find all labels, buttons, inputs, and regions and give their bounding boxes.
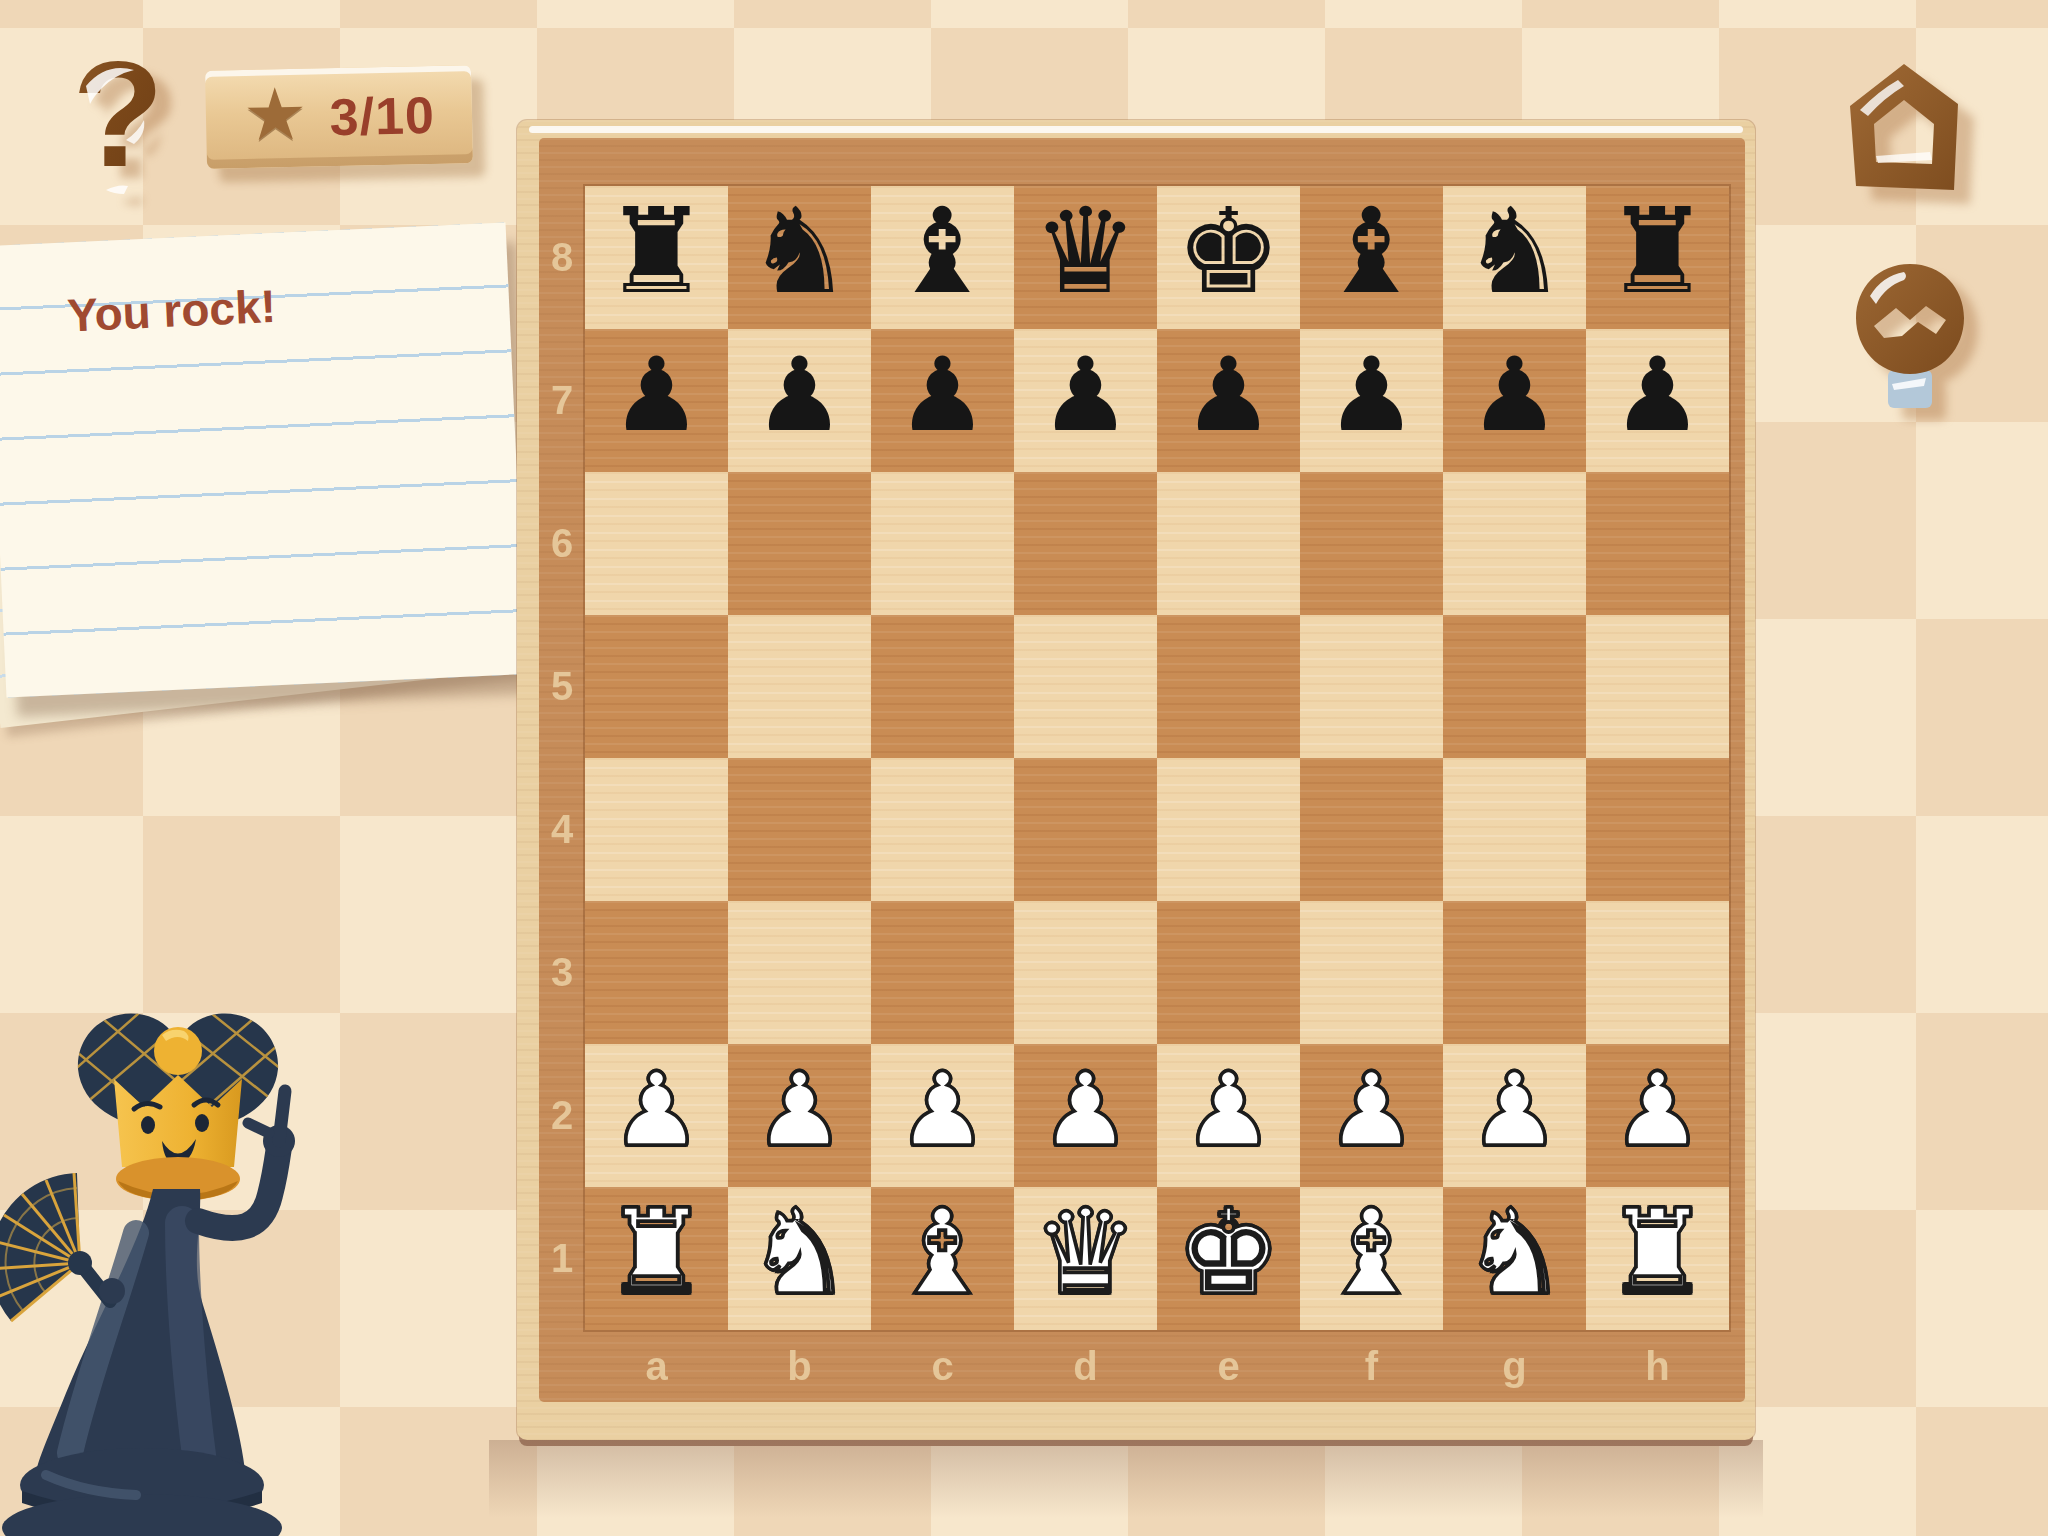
piece-black-n-b8[interactable]: ♞: [747, 180, 853, 323]
square-d4[interactable]: [1014, 758, 1157, 901]
home-button[interactable]: [1846, 60, 1962, 200]
square-b2[interactable]: ♟: [728, 1044, 871, 1187]
piece-white-q-d1[interactable]: ♛: [1033, 1181, 1139, 1324]
piece-black-p-c7[interactable]: ♟: [897, 323, 988, 466]
piece-white-k-e1[interactable]: ♚: [1176, 1181, 1282, 1324]
rank-label-8: 8: [539, 186, 585, 329]
note-card: You rock!: [0, 222, 526, 697]
piece-white-p-g2[interactable]: ♟: [1469, 1038, 1560, 1181]
square-e2[interactable]: ♟: [1157, 1044, 1300, 1187]
question-mark-icon: ?: [58, 48, 188, 208]
piece-black-r-a8[interactable]: ♜: [604, 180, 710, 323]
square-f3[interactable]: [1300, 901, 1443, 1044]
piece-white-r-a1[interactable]: ♜: [604, 1181, 710, 1324]
fan: [0, 1173, 125, 1321]
square-a7[interactable]: ♟: [585, 329, 728, 472]
square-h3[interactable]: [1586, 901, 1729, 1044]
square-f5[interactable]: [1300, 615, 1443, 758]
file-label-h: h: [1586, 1344, 1729, 1389]
rank-label-2: 2: [539, 1044, 585, 1187]
square-d6[interactable]: [1014, 472, 1157, 615]
square-c4[interactable]: [871, 758, 1014, 901]
piece-white-n-b1[interactable]: ♞: [747, 1181, 853, 1324]
square-e8[interactable]: ♚: [1157, 186, 1300, 329]
square-h4[interactable]: [1586, 758, 1729, 901]
piece-white-p-h2[interactable]: ♟: [1612, 1038, 1703, 1181]
star-icon: ★: [242, 78, 308, 151]
square-f8[interactable]: ♝: [1300, 186, 1443, 329]
piece-white-p-b2[interactable]: ♟: [754, 1038, 845, 1181]
piece-black-r-h8[interactable]: ♜: [1605, 180, 1711, 323]
board-grid: ♜♞♝♛♚♝♞♜♟♟♟♟♟♟♟♟♟♟♟♟♟♟♟♟♜♞♝♛♚♝♞♜: [585, 186, 1729, 1330]
square-a5[interactable]: [585, 615, 728, 758]
square-f4[interactable]: [1300, 758, 1443, 901]
board-frame-band: ♜♞♝♛♚♝♞♜♟♟♟♟♟♟♟♟♟♟♟♟♟♟♟♟♜♞♝♛♚♝♞♜ 8765432…: [539, 138, 1745, 1402]
square-a8[interactable]: ♜: [585, 186, 728, 329]
file-label-d: d: [1014, 1344, 1157, 1389]
square-b3[interactable]: [728, 901, 871, 1044]
square-d2[interactable]: ♟: [1014, 1044, 1157, 1187]
square-a3[interactable]: [585, 901, 728, 1044]
note-text: You rock!: [66, 270, 480, 343]
help-button[interactable]: ?: [58, 48, 188, 208]
rank-label-6: 6: [539, 472, 585, 615]
square-b5[interactable]: [728, 615, 871, 758]
square-a2[interactable]: ♟: [585, 1044, 728, 1187]
square-f2[interactable]: ♟: [1300, 1044, 1443, 1187]
piece-black-p-g7[interactable]: ♟: [1469, 323, 1560, 466]
mascot-queen: [0, 983, 332, 1536]
progress-badge: ★ 3/10: [205, 65, 473, 169]
piece-black-p-b7[interactable]: ♟: [754, 323, 845, 466]
file-label-a: a: [585, 1344, 728, 1389]
square-e4[interactable]: [1157, 758, 1300, 901]
piece-white-b-c1[interactable]: ♝: [890, 1181, 996, 1324]
piece-black-p-d7[interactable]: ♟: [1040, 323, 1131, 466]
piece-black-n-g8[interactable]: ♞: [1462, 180, 1568, 323]
square-g5[interactable]: [1443, 615, 1586, 758]
square-h6[interactable]: [1586, 472, 1729, 615]
rank-label-5: 5: [539, 615, 585, 758]
home-icon: [1846, 60, 1962, 200]
square-f1[interactable]: ♝: [1300, 1187, 1443, 1330]
square-e5[interactable]: [1157, 615, 1300, 758]
file-label-f: f: [1300, 1344, 1443, 1389]
square-h5[interactable]: [1586, 615, 1729, 758]
square-b7[interactable]: ♟: [728, 329, 871, 472]
square-h8[interactable]: ♜: [1586, 186, 1729, 329]
piece-black-p-f7[interactable]: ♟: [1326, 323, 1417, 466]
square-c7[interactable]: ♟: [871, 329, 1014, 472]
square-c1[interactable]: ♝: [871, 1187, 1014, 1330]
square-h2[interactable]: ♟: [1586, 1044, 1729, 1187]
square-a1[interactable]: ♜: [585, 1187, 728, 1330]
piece-black-k-e8[interactable]: ♚: [1176, 180, 1282, 323]
square-f6[interactable]: [1300, 472, 1443, 615]
piece-black-b-c8[interactable]: ♝: [890, 180, 996, 323]
piece-black-b-f8[interactable]: ♝: [1319, 180, 1425, 323]
square-b6[interactable]: [728, 472, 871, 615]
square-d3[interactable]: [1014, 901, 1157, 1044]
square-e6[interactable]: [1157, 472, 1300, 615]
square-b1[interactable]: ♞: [728, 1187, 871, 1330]
square-c6[interactable]: [871, 472, 1014, 615]
square-c3[interactable]: [871, 901, 1014, 1044]
rank-label-7: 7: [539, 329, 585, 472]
square-d1[interactable]: ♛: [1014, 1187, 1157, 1330]
square-f7[interactable]: ♟: [1300, 329, 1443, 472]
note-card-stack: You rock!: [0, 226, 522, 692]
piece-black-p-h7[interactable]: ♟: [1612, 323, 1703, 466]
square-b4[interactable]: [728, 758, 871, 901]
piece-black-q-d8[interactable]: ♛: [1033, 180, 1139, 323]
file-label-c: c: [871, 1344, 1014, 1389]
lightbulb-icon: [1852, 262, 1968, 412]
chess-board: ♜♞♝♛♚♝♞♜♟♟♟♟♟♟♟♟♟♟♟♟♟♟♟♟♜♞♝♛♚♝♞♜ 8765432…: [517, 120, 1755, 1440]
piece-white-n-g1[interactable]: ♞: [1462, 1181, 1568, 1324]
piece-white-r-h1[interactable]: ♜: [1605, 1181, 1711, 1324]
piece-black-p-a7[interactable]: ♟: [611, 323, 702, 466]
square-a4[interactable]: [585, 758, 728, 901]
square-c5[interactable]: [871, 615, 1014, 758]
piece-white-p-a2[interactable]: ♟: [611, 1038, 702, 1181]
square-e3[interactable]: [1157, 901, 1300, 1044]
rank-label-3: 3: [539, 901, 585, 1044]
piece-white-p-e2[interactable]: ♟: [1183, 1038, 1274, 1181]
square-e7[interactable]: ♟: [1157, 329, 1300, 472]
square-g6[interactable]: [1443, 472, 1586, 615]
square-d7[interactable]: ♟: [1014, 329, 1157, 472]
square-g1[interactable]: ♞: [1443, 1187, 1586, 1330]
file-label-e: e: [1157, 1344, 1300, 1389]
progress-label: 3/10: [329, 85, 435, 147]
rank-label-1: 1: [539, 1187, 585, 1330]
file-label-g: g: [1443, 1344, 1586, 1389]
square-g2[interactable]: ♟: [1443, 1044, 1586, 1187]
square-d8[interactable]: ♛: [1014, 186, 1157, 329]
square-b8[interactable]: ♞: [728, 186, 871, 329]
square-d5[interactable]: [1014, 615, 1157, 758]
square-h7[interactable]: ♟: [1586, 329, 1729, 472]
piece-white-p-c2[interactable]: ♟: [897, 1038, 988, 1181]
piece-white-p-d2[interactable]: ♟: [1040, 1038, 1131, 1181]
square-g4[interactable]: [1443, 758, 1586, 901]
piece-black-p-e7[interactable]: ♟: [1183, 323, 1274, 466]
rank-label-4: 4: [539, 758, 585, 901]
square-g7[interactable]: ♟: [1443, 329, 1586, 472]
piece-white-b-f1[interactable]: ♝: [1319, 1181, 1425, 1324]
square-g3[interactable]: [1443, 901, 1586, 1044]
square-g8[interactable]: ♞: [1443, 186, 1586, 329]
square-c2[interactable]: ♟: [871, 1044, 1014, 1187]
file-label-b: b: [728, 1344, 871, 1389]
piece-white-p-f2[interactable]: ♟: [1326, 1038, 1417, 1181]
square-e1[interactable]: ♚: [1157, 1187, 1300, 1330]
square-c8[interactable]: ♝: [871, 186, 1014, 329]
square-a6[interactable]: [585, 472, 728, 615]
square-h1[interactable]: ♜: [1586, 1187, 1729, 1330]
hint-button[interactable]: [1852, 262, 1968, 412]
stage: ? ★ 3/10 You rock! ♜♞♝♛♚♝♞♜♟♟♟♟♟♟♟♟♟♟♟♟♟…: [0, 0, 2048, 1536]
